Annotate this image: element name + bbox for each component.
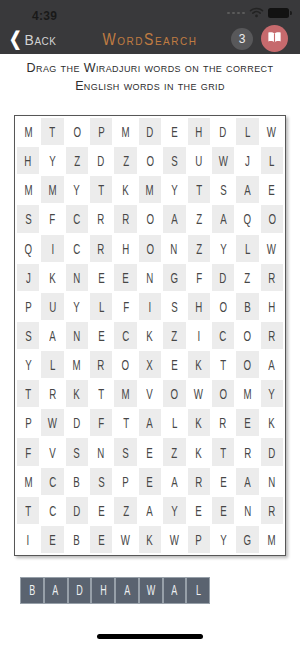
- grid-letter: Y: [269, 385, 275, 402]
- grid-letter: O: [244, 356, 252, 373]
- grid-cell[interactable]: N: [139, 264, 161, 291]
- grid-cell[interactable]: A: [139, 409, 161, 436]
- grid-cell[interactable]: M: [17, 468, 39, 495]
- grid-cell[interactable]: E: [90, 322, 112, 349]
- tray-letter: A: [171, 583, 177, 599]
- grid-cell[interactable]: K: [41, 264, 63, 291]
- grid-letter: N: [98, 444, 105, 461]
- wordsearch-grid: MTOPMDEHDLWHYZDZOSUWJLMMYTKMYTSAESFCRROA…: [14, 115, 286, 556]
- grid-letter: Q: [244, 211, 252, 228]
- grid-letter: M: [24, 123, 32, 140]
- grid-cell[interactable]: M: [139, 176, 161, 203]
- grid-letter: I: [51, 240, 54, 257]
- grid-cell[interactable]: A: [41, 322, 63, 349]
- grid-letter: V: [147, 385, 153, 402]
- grid-cell[interactable]: S: [66, 438, 88, 465]
- grid-cell[interactable]: G: [236, 526, 258, 553]
- grid-letter: N: [73, 327, 80, 344]
- grid-cell[interactable]: L: [41, 351, 63, 378]
- grid-letter: C: [49, 473, 56, 490]
- nav-bar: ❮ Back WordSearch 3: [0, 23, 300, 54]
- grid-cell[interactable]: T: [212, 438, 234, 465]
- grid-cell[interactable]: S: [163, 293, 185, 320]
- grid-cell[interactable]: M: [114, 118, 136, 145]
- grid-letter: Y: [171, 502, 177, 519]
- tray-letter: H: [100, 583, 107, 599]
- grid-letter: C: [73, 240, 80, 257]
- grid-cell[interactable]: C: [66, 235, 88, 262]
- grid-letter: O: [146, 211, 154, 228]
- grid-cell[interactable]: D: [90, 147, 112, 174]
- grid-letter: M: [268, 531, 276, 548]
- tray-letter-tile[interactable]: A: [163, 577, 187, 604]
- grid-cell[interactable]: Y: [212, 526, 234, 553]
- grid-cell[interactable]: S: [17, 205, 39, 232]
- grid-letter: P: [195, 531, 201, 548]
- grid-cell[interactable]: X: [139, 351, 161, 378]
- grid-cell[interactable]: E: [261, 176, 283, 203]
- grid-letter: T: [25, 502, 31, 519]
- grid-cell[interactable]: Y: [163, 497, 185, 524]
- tray-letter: A: [124, 583, 130, 599]
- grid-letter: Y: [49, 152, 55, 169]
- grid-letter: O: [171, 385, 179, 402]
- back-button[interactable]: ❮ Back: [9, 31, 56, 47]
- grid-cell[interactable]: T: [212, 351, 234, 378]
- grid-cell[interactable]: E: [114, 264, 136, 291]
- grid-cell[interactable]: O: [139, 147, 161, 174]
- grid-letter: Z: [123, 502, 129, 519]
- grid-cell[interactable]: E: [163, 351, 185, 378]
- grid-letter: D: [146, 123, 153, 140]
- grid-letter: Z: [196, 240, 202, 257]
- grid-letter: R: [195, 473, 202, 490]
- grid-cell[interactable]: U: [41, 293, 63, 320]
- tray-letter: A: [53, 583, 59, 599]
- grid-cell[interactable]: M: [114, 380, 136, 407]
- tray-letter-tile[interactable]: H: [91, 577, 115, 604]
- tray-letter-tile[interactable]: A: [44, 577, 68, 604]
- grid-letter: W: [121, 531, 130, 548]
- words-remaining-badge: 3: [231, 28, 253, 50]
- grid-cell[interactable]: R: [188, 468, 210, 495]
- grid-letter: T: [98, 385, 104, 402]
- grid-letter: E: [171, 123, 177, 140]
- grid-letter: L: [50, 356, 55, 373]
- grid-cell[interactable]: T: [114, 409, 136, 436]
- grid-letter: W: [267, 240, 276, 257]
- grid-cell[interactable]: M: [17, 176, 39, 203]
- grid-letter: K: [269, 414, 275, 431]
- grid-letter: O: [268, 211, 276, 228]
- grid-letter: P: [25, 414, 31, 431]
- grid-cell[interactable]: Z: [114, 147, 136, 174]
- cellular-signal-icon: [227, 12, 245, 15]
- grid-cell[interactable]: D: [139, 118, 161, 145]
- grid-letter: T: [220, 356, 226, 373]
- grid-letter: Y: [74, 298, 80, 315]
- grid-letter: S: [220, 181, 226, 198]
- grid-letter: I: [149, 298, 152, 315]
- grid-letter: H: [122, 240, 129, 257]
- grid-cell[interactable]: P: [114, 468, 136, 495]
- grid-letter: A: [171, 211, 177, 228]
- tray-letter-tile[interactable]: D: [68, 577, 92, 604]
- grid-letter: T: [98, 181, 104, 198]
- grid-cell[interactable]: O: [163, 380, 185, 407]
- grid-letter: R: [244, 444, 251, 461]
- grid-cell[interactable]: I: [188, 322, 210, 349]
- grid-letter: U: [195, 152, 202, 169]
- grid-cell[interactable]: P: [90, 118, 112, 145]
- grid-cell[interactable]: A: [236, 468, 258, 495]
- grid-letter: A: [244, 181, 250, 198]
- instructions-line-1: Drag the Wiradjuri words on the correct: [0, 59, 300, 77]
- grid-letter: M: [48, 181, 56, 198]
- grid-cell[interactable]: Q: [236, 205, 258, 232]
- grid-cell[interactable]: R: [261, 322, 283, 349]
- grid-cell[interactable]: B: [66, 526, 88, 553]
- grid-cell[interactable]: A: [212, 205, 234, 232]
- grid-cell[interactable]: K: [66, 380, 88, 407]
- grid-cell[interactable]: Y: [66, 176, 88, 203]
- grid-cell[interactable]: A: [139, 497, 161, 524]
- grid-cell[interactable]: W: [212, 147, 234, 174]
- grid-letter: T: [196, 181, 202, 198]
- grid-cell[interactable]: H: [261, 293, 283, 320]
- grid-cell[interactable]: M: [66, 351, 88, 378]
- grid-letter: O: [122, 356, 130, 373]
- grid-cell[interactable]: O: [236, 351, 258, 378]
- grid-letter: W: [194, 385, 203, 402]
- grid-cell[interactable]: Z: [188, 235, 210, 262]
- grid-cell[interactable]: K: [188, 409, 210, 436]
- grid-letter: N: [146, 269, 153, 286]
- grid-cell[interactable]: O: [212, 380, 234, 407]
- grid-cell[interactable]: C: [41, 497, 63, 524]
- grid-letter: N: [268, 473, 275, 490]
- grid-cell[interactable]: D: [66, 409, 88, 436]
- grid-cell[interactable]: L: [236, 118, 258, 145]
- grid-cell[interactable]: J: [236, 147, 258, 174]
- grid-letter: T: [123, 414, 129, 431]
- tray-letter-tile[interactable]: L: [186, 577, 210, 604]
- grid-cell[interactable]: B: [66, 468, 88, 495]
- grid-cell[interactable]: N: [90, 438, 112, 465]
- grid-cell[interactable]: E: [212, 468, 234, 495]
- grid-letter: Z: [171, 327, 177, 344]
- grid-letter: P: [122, 473, 128, 490]
- grid-cell[interactable]: A: [163, 468, 185, 495]
- grid-cell[interactable]: W: [261, 235, 283, 262]
- grid-cell[interactable]: S: [17, 322, 39, 349]
- grid-cell[interactable]: D: [261, 438, 283, 465]
- grid-letter: K: [195, 414, 201, 431]
- grid-letter: S: [98, 473, 104, 490]
- grid-cell[interactable]: O: [139, 235, 161, 262]
- grid-cell[interactable]: Q: [17, 235, 39, 262]
- grid-letter: D: [220, 269, 227, 286]
- grid-letter: U: [49, 298, 56, 315]
- grid-cell[interactable]: V: [139, 380, 161, 407]
- grid-cell[interactable]: E: [163, 118, 185, 145]
- grid-cell[interactable]: C: [212, 322, 234, 349]
- grid-cell[interactable]: Y: [66, 293, 88, 320]
- grid-letter: Z: [244, 269, 250, 286]
- grid-cell[interactable]: H: [17, 147, 39, 174]
- grid-letter: A: [147, 414, 153, 431]
- grid-cell[interactable]: E: [41, 526, 63, 553]
- grid-cell[interactable]: R: [41, 380, 63, 407]
- grid-cell[interactable]: E: [188, 497, 210, 524]
- word-list-button[interactable]: [261, 25, 288, 52]
- grid-cell[interactable]: Z: [114, 497, 136, 524]
- grid-cell[interactable]: O: [236, 322, 258, 349]
- battery-icon: [268, 8, 289, 18]
- grid-cell[interactable]: Z: [66, 147, 88, 174]
- grid-letter: E: [98, 531, 104, 548]
- grid-cell[interactable]: V: [41, 438, 63, 465]
- grid-letter: A: [244, 473, 250, 490]
- clock-time: 4:39: [32, 9, 57, 23]
- grid-cell[interactable]: K: [139, 526, 161, 553]
- grid-cell[interactable]: A: [261, 351, 283, 378]
- grid-letter: W: [48, 414, 57, 431]
- grid-cell[interactable]: Y: [261, 380, 283, 407]
- grid-cell[interactable]: Z: [163, 438, 185, 465]
- grid-letter: A: [220, 211, 226, 228]
- grid-letter: O: [146, 240, 154, 257]
- grid-letter: R: [268, 502, 275, 519]
- grid-cell[interactable]: N: [261, 468, 283, 495]
- grid-cell[interactable]: K: [114, 176, 136, 203]
- grid-cell[interactable]: U: [188, 147, 210, 174]
- grid-letter: F: [98, 414, 104, 431]
- word-tile-badhawal[interactable]: BADHAWAL: [20, 577, 210, 604]
- grid-cell[interactable]: H: [188, 293, 210, 320]
- grid-cell[interactable]: T: [17, 380, 39, 407]
- status-bar: 4:39: [0, 0, 300, 23]
- grid-cell[interactable]: S: [212, 176, 234, 203]
- grid-cell[interactable]: T: [41, 118, 63, 145]
- grid-cell[interactable]: S: [90, 468, 112, 495]
- grid-letter: M: [73, 356, 81, 373]
- grid-cell[interactable]: C: [41, 468, 63, 495]
- grid-cell[interactable]: E: [139, 438, 161, 465]
- grid-cell[interactable]: D: [66, 497, 88, 524]
- grid-letter: F: [123, 298, 129, 315]
- grid-cell[interactable]: R: [261, 497, 283, 524]
- grid-letter: E: [220, 473, 226, 490]
- grid-cell[interactable]: Y: [212, 235, 234, 262]
- grid-cell[interactable]: L: [163, 409, 185, 436]
- grid-letter: F: [25, 444, 31, 461]
- grid-letter: R: [268, 327, 275, 344]
- tray-letter: D: [76, 583, 83, 599]
- grid-letter: E: [269, 181, 275, 198]
- grid-cell[interactable]: W: [41, 409, 63, 436]
- grid-letter: C: [122, 327, 129, 344]
- grid-cell[interactable]: K: [188, 351, 210, 378]
- grid-cell[interactable]: Y: [41, 147, 63, 174]
- grid-letter: M: [24, 473, 32, 490]
- grid-cell[interactable]: N: [66, 322, 88, 349]
- grid-letter: G: [171, 269, 179, 286]
- grid-cell[interactable]: O: [261, 205, 283, 232]
- grid-cell[interactable]: L: [261, 147, 283, 174]
- grid-letter: R: [49, 385, 56, 402]
- grid-cell[interactable]: P: [188, 526, 210, 553]
- grid-letter: E: [220, 502, 226, 519]
- grid-letter: J: [245, 152, 250, 169]
- grid-cell[interactable]: F: [41, 205, 63, 232]
- grid-cell[interactable]: N: [236, 497, 258, 524]
- grid-cell[interactable]: S: [114, 438, 136, 465]
- grid-letter: E: [98, 269, 104, 286]
- grid-letter: Y: [171, 181, 177, 198]
- grid-cell[interactable]: W: [261, 118, 283, 145]
- grid-cell[interactable]: N: [66, 264, 88, 291]
- grid-cell[interactable]: A: [236, 176, 258, 203]
- grid-letter: G: [244, 531, 252, 548]
- grid-cell[interactable]: O: [114, 351, 136, 378]
- grid-cell[interactable]: D: [212, 118, 234, 145]
- grid-cell[interactable]: J: [17, 264, 39, 291]
- grid-cell[interactable]: F: [188, 264, 210, 291]
- grid-cell[interactable]: K: [188, 438, 210, 465]
- grid-letter: R: [122, 211, 129, 228]
- grid-cell[interactable]: M: [261, 526, 283, 553]
- grid-cell[interactable]: T: [90, 176, 112, 203]
- grid-letter: I: [197, 327, 200, 344]
- grid-cell[interactable]: W: [163, 526, 185, 553]
- grid-letter: D: [73, 414, 80, 431]
- grid-letter: V: [49, 444, 55, 461]
- grid-cell[interactable]: M: [236, 380, 258, 407]
- grid-cell[interactable]: M: [41, 176, 63, 203]
- grid-letter: K: [122, 181, 128, 198]
- grid-cell[interactable]: A: [163, 205, 185, 232]
- grid-letter: L: [269, 152, 274, 169]
- grid-cell[interactable]: F: [17, 438, 39, 465]
- grid-letter: X: [147, 356, 153, 373]
- grid-cell[interactable]: I: [41, 235, 63, 262]
- grid-cell[interactable]: N: [163, 235, 185, 262]
- grid-cell[interactable]: P: [17, 409, 39, 436]
- tray-letter-tile[interactable]: B: [20, 577, 44, 604]
- grid-letter: E: [49, 531, 55, 548]
- grid-cell[interactable]: E: [139, 468, 161, 495]
- grid-letter: P: [98, 123, 104, 140]
- grid-letter: H: [195, 298, 202, 315]
- grid-cell[interactable]: E: [90, 526, 112, 553]
- grid-cell[interactable]: E: [236, 409, 258, 436]
- grid-letter: N: [244, 502, 251, 519]
- grid-cell[interactable]: Y: [17, 351, 39, 378]
- tray-letter-tile[interactable]: W: [139, 577, 163, 604]
- app-header: 4:39 ❮ Back WordSearch 3: [0, 0, 300, 54]
- grid-letter: K: [74, 385, 80, 402]
- grid-cell[interactable]: O: [139, 205, 161, 232]
- grid-cell[interactable]: S: [163, 147, 185, 174]
- grid-cell[interactable]: O: [212, 293, 234, 320]
- grid-cell[interactable]: T: [17, 497, 39, 524]
- grid-letter: R: [268, 269, 275, 286]
- grid-cell[interactable]: F: [90, 409, 112, 436]
- grid-letter: R: [98, 240, 105, 257]
- grid-cell[interactable]: R: [261, 264, 283, 291]
- grid-cell[interactable]: W: [188, 380, 210, 407]
- grid-cell[interactable]: E: [90, 264, 112, 291]
- tray-letter-tile[interactable]: A: [115, 577, 139, 604]
- grid-cell[interactable]: R: [212, 409, 234, 436]
- grid-letter: E: [147, 444, 153, 461]
- grid-cell[interactable]: Y: [163, 176, 185, 203]
- grid-letter: T: [220, 444, 226, 461]
- grid-cell[interactable]: R: [114, 205, 136, 232]
- grid-letter: L: [172, 414, 177, 431]
- grid-cell[interactable]: O: [66, 118, 88, 145]
- grid-cell[interactable]: Z: [188, 205, 210, 232]
- status-icons: [227, 4, 289, 22]
- grid-cell[interactable]: Z: [236, 264, 258, 291]
- grid-cell[interactable]: R: [90, 351, 112, 378]
- grid-letter: Z: [196, 211, 202, 228]
- grid-cell[interactable]: T: [188, 176, 210, 203]
- grid-cell[interactable]: K: [261, 409, 283, 436]
- grid-letter: L: [99, 298, 104, 315]
- grid-cell[interactable]: M: [17, 118, 39, 145]
- grid-letter: R: [98, 211, 105, 228]
- grid-cell[interactable]: L: [90, 293, 112, 320]
- back-button-label: Back: [25, 30, 57, 48]
- grid-cell[interactable]: P: [17, 293, 39, 320]
- grid-cell[interactable]: R: [90, 235, 112, 262]
- wifi-icon: [249, 4, 264, 22]
- grid-cell[interactable]: C: [66, 205, 88, 232]
- home-indicator[interactable]: [97, 634, 203, 639]
- grid-letter: M: [243, 385, 251, 402]
- grid-letter: S: [25, 327, 31, 344]
- grid-cell[interactable]: R: [90, 205, 112, 232]
- grid-cell[interactable]: D: [212, 264, 234, 291]
- grid-cell[interactable]: E: [90, 497, 112, 524]
- grid-cell[interactable]: F: [114, 293, 136, 320]
- grid-letter: T: [50, 123, 56, 140]
- grid-cell[interactable]: I: [17, 526, 39, 553]
- grid-cell[interactable]: E: [212, 497, 234, 524]
- grid-cell[interactable]: W: [114, 526, 136, 553]
- grid-cell[interactable]: G: [163, 264, 185, 291]
- grid-cell[interactable]: R: [236, 438, 258, 465]
- grid-cell[interactable]: T: [90, 380, 112, 407]
- grid-cell[interactable]: H: [188, 118, 210, 145]
- grid-letter: Y: [220, 240, 226, 257]
- grid-letter: E: [147, 473, 153, 490]
- grid-letter: C: [49, 502, 56, 519]
- grid-cell[interactable]: I: [139, 293, 161, 320]
- grid-cell[interactable]: B: [236, 293, 258, 320]
- grid-cell[interactable]: Z: [163, 322, 185, 349]
- grid-cell[interactable]: K: [139, 322, 161, 349]
- grid-letter: D: [220, 123, 227, 140]
- grid-cell[interactable]: L: [236, 235, 258, 262]
- grid-letter: K: [49, 269, 55, 286]
- grid-cell[interactable]: H: [114, 235, 136, 262]
- grid-cell[interactable]: C: [114, 322, 136, 349]
- grid-letter: A: [171, 473, 177, 490]
- grid-letter: E: [244, 414, 250, 431]
